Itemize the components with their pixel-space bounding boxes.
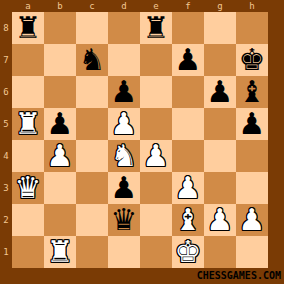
square-g4[interactable] (204, 140, 236, 172)
square-h1[interactable] (236, 236, 268, 268)
square-d3[interactable]: ♟ (108, 172, 140, 204)
square-c2[interactable] (76, 204, 108, 236)
black-pawn: ♟ (111, 172, 138, 204)
square-a3[interactable]: ♛ (12, 172, 44, 204)
square-g5[interactable] (204, 108, 236, 140)
white-queen: ♛ (15, 172, 42, 204)
square-d5[interactable]: ♟ (108, 108, 140, 140)
square-b6[interactable] (44, 76, 76, 108)
file-labels: abcdefgh (12, 0, 268, 12)
black-rook: ♜ (143, 12, 170, 44)
black-pawn: ♟ (239, 108, 266, 140)
white-pawn: ♟ (47, 140, 74, 172)
white-pawn: ♟ (143, 140, 170, 172)
square-h4[interactable] (236, 140, 268, 172)
black-rook: ♜ (15, 12, 42, 44)
white-rook: ♜ (15, 108, 42, 140)
white-bishop: ♝ (175, 204, 202, 236)
square-e5[interactable] (140, 108, 172, 140)
white-pawn: ♟ (175, 172, 202, 204)
square-h7[interactable]: ♚ (236, 44, 268, 76)
square-c6[interactable] (76, 76, 108, 108)
white-rook: ♜ (47, 236, 74, 268)
black-pawn: ♟ (47, 108, 74, 140)
square-c8[interactable] (76, 12, 108, 44)
rank-label-1: 1 (0, 236, 12, 268)
square-f3[interactable]: ♟ (172, 172, 204, 204)
square-e2[interactable] (140, 204, 172, 236)
black-pawn: ♟ (207, 76, 234, 108)
square-d7[interactable] (108, 44, 140, 76)
square-e8[interactable]: ♜ (140, 12, 172, 44)
square-a8[interactable]: ♜ (12, 12, 44, 44)
rank-label-4: 4 (0, 140, 12, 172)
square-e1[interactable] (140, 236, 172, 268)
black-king: ♚ (239, 44, 266, 76)
square-d1[interactable] (108, 236, 140, 268)
square-c4[interactable] (76, 140, 108, 172)
rank-label-7: 7 (0, 44, 12, 76)
square-c5[interactable] (76, 108, 108, 140)
square-h5[interactable]: ♟ (236, 108, 268, 140)
square-g1[interactable] (204, 236, 236, 268)
black-pawn: ♟ (111, 76, 138, 108)
square-c7[interactable]: ♞ (76, 44, 108, 76)
rank-label-8: 8 (0, 12, 12, 44)
rank-label-3: 3 (0, 172, 12, 204)
square-d2[interactable]: ♛ (108, 204, 140, 236)
square-g2[interactable]: ♟ (204, 204, 236, 236)
square-g8[interactable] (204, 12, 236, 44)
rank-label-6: 6 (0, 76, 12, 108)
square-f7[interactable]: ♟ (172, 44, 204, 76)
square-f4[interactable] (172, 140, 204, 172)
square-b5[interactable]: ♟ (44, 108, 76, 140)
square-f8[interactable] (172, 12, 204, 44)
black-queen: ♛ (111, 204, 138, 236)
black-pawn: ♟ (175, 44, 202, 76)
square-a4[interactable] (12, 140, 44, 172)
square-f6[interactable] (172, 76, 204, 108)
square-f1[interactable]: ♚ (172, 236, 204, 268)
white-pawn: ♟ (239, 204, 266, 236)
black-knight: ♞ (79, 44, 106, 76)
white-king: ♚ (175, 236, 202, 268)
square-g3[interactable] (204, 172, 236, 204)
square-a1[interactable] (12, 236, 44, 268)
rank-label-5: 5 (0, 108, 12, 140)
chess-board-diagram: abcdefgh 87654321 ♜♜♞♟♚♟♟♝♜♟♟♟♟♞♟♛♟♟♛♝♟♟… (0, 0, 284, 284)
white-knight: ♞ (111, 140, 138, 172)
square-e6[interactable] (140, 76, 172, 108)
square-b8[interactable] (44, 12, 76, 44)
square-a5[interactable]: ♜ (12, 108, 44, 140)
square-f5[interactable] (172, 108, 204, 140)
square-b2[interactable] (44, 204, 76, 236)
square-e4[interactable]: ♟ (140, 140, 172, 172)
rank-labels: 87654321 (0, 12, 12, 268)
square-b3[interactable] (44, 172, 76, 204)
square-b1[interactable]: ♜ (44, 236, 76, 268)
square-d6[interactable]: ♟ (108, 76, 140, 108)
square-c1[interactable] (76, 236, 108, 268)
square-e7[interactable] (140, 44, 172, 76)
white-pawn: ♟ (207, 204, 234, 236)
black-bishop: ♝ (239, 76, 266, 108)
square-b7[interactable] (44, 44, 76, 76)
chessgames-watermark: CHESSGAMES.COM (197, 270, 281, 282)
rank-label-2: 2 (0, 204, 12, 236)
square-h2[interactable]: ♟ (236, 204, 268, 236)
square-f2[interactable]: ♝ (172, 204, 204, 236)
chess-board: ♜♜♞♟♚♟♟♝♜♟♟♟♟♞♟♛♟♟♛♝♟♟♜♚ (12, 12, 268, 268)
square-h6[interactable]: ♝ (236, 76, 268, 108)
square-a7[interactable] (12, 44, 44, 76)
square-h3[interactable] (236, 172, 268, 204)
square-b4[interactable]: ♟ (44, 140, 76, 172)
square-g7[interactable] (204, 44, 236, 76)
square-a6[interactable] (12, 76, 44, 108)
square-d8[interactable] (108, 12, 140, 44)
square-d4[interactable]: ♞ (108, 140, 140, 172)
square-a2[interactable] (12, 204, 44, 236)
square-c3[interactable] (76, 172, 108, 204)
square-g6[interactable]: ♟ (204, 76, 236, 108)
white-pawn: ♟ (111, 108, 138, 140)
square-e3[interactable] (140, 172, 172, 204)
square-h8[interactable] (236, 12, 268, 44)
